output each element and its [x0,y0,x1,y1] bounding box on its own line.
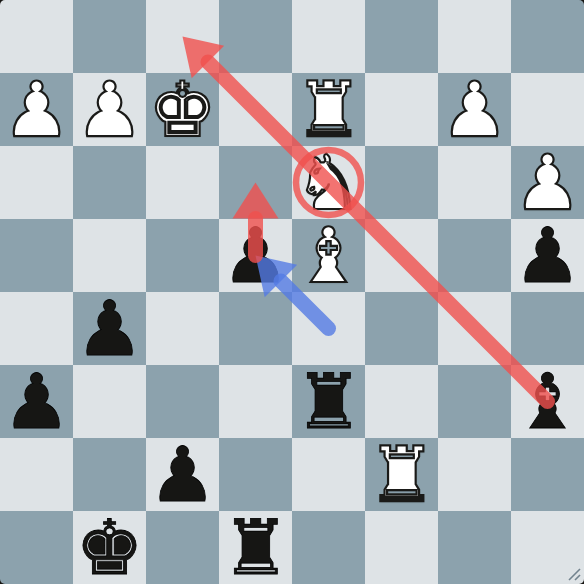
square-b2[interactable]: ♟ [438,73,511,146]
square-b4[interactable] [438,219,511,292]
square-d1[interactable] [292,0,365,73]
square-g4[interactable] [73,219,146,292]
piece-black-king[interactable]: ♚ [73,511,146,584]
square-b6[interactable] [438,365,511,438]
square-f8[interactable] [146,511,219,584]
piece-white-knight[interactable]: ♞ [292,146,365,219]
square-b7[interactable] [438,438,511,511]
piece-white-pawn[interactable]: ♟ [73,73,146,146]
square-f6[interactable] [146,365,219,438]
square-e6[interactable] [219,365,292,438]
square-a2[interactable] [511,73,584,146]
square-h7[interactable] [0,438,73,511]
square-g6[interactable] [73,365,146,438]
square-e2[interactable] [219,73,292,146]
square-a5[interactable] [511,292,584,365]
piece-white-king[interactable]: ♚ [146,73,219,146]
piece-white-pawn[interactable]: ♟ [511,146,584,219]
square-h2[interactable]: ♟ [0,73,73,146]
square-f4[interactable] [146,219,219,292]
square-d7[interactable] [292,438,365,511]
square-c4[interactable] [365,219,438,292]
square-e7[interactable] [219,438,292,511]
square-g1[interactable] [73,0,146,73]
square-c7[interactable]: ♜ [365,438,438,511]
square-d3[interactable]: ♞ [292,146,365,219]
square-g8[interactable]: ♚ [73,511,146,584]
square-f1[interactable] [146,0,219,73]
piece-white-pawn[interactable]: ♟ [0,73,73,146]
square-c3[interactable] [365,146,438,219]
square-d8[interactable] [292,511,365,584]
piece-black-bishop[interactable]: ♝ [511,365,584,438]
piece-white-rook[interactable]: ♜ [292,73,365,146]
piece-black-pawn[interactable]: ♟ [146,438,219,511]
square-d6[interactable]: ♜ [292,365,365,438]
square-d4[interactable]: ♝ [292,219,365,292]
piece-white-pawn[interactable]: ♟ [438,73,511,146]
square-f3[interactable] [146,146,219,219]
piece-white-bishop[interactable]: ♝ [292,219,365,292]
square-c2[interactable] [365,73,438,146]
square-h1[interactable] [0,0,73,73]
square-g3[interactable] [73,146,146,219]
square-e4[interactable]: ♟ [219,219,292,292]
square-e1[interactable] [219,0,292,73]
chess-board: ♟♟♚♜♟♞♟♟♝♟♟♟♜♝♟♜♚♜ [0,0,584,584]
square-a7[interactable] [511,438,584,511]
square-b5[interactable] [438,292,511,365]
square-h5[interactable] [0,292,73,365]
square-h4[interactable] [0,219,73,292]
resize-handle-icon[interactable] [563,563,583,583]
square-b1[interactable] [438,0,511,73]
piece-black-pawn[interactable]: ♟ [0,365,73,438]
piece-black-rook[interactable]: ♜ [292,365,365,438]
square-a6[interactable]: ♝ [511,365,584,438]
square-a3[interactable]: ♟ [511,146,584,219]
square-h8[interactable] [0,511,73,584]
square-d5[interactable] [292,292,365,365]
piece-black-pawn[interactable]: ♟ [511,219,584,292]
square-e3[interactable] [219,146,292,219]
square-a1[interactable] [511,0,584,73]
square-g5[interactable]: ♟ [73,292,146,365]
square-h3[interactable] [0,146,73,219]
piece-black-pawn[interactable]: ♟ [219,219,292,292]
square-b3[interactable] [438,146,511,219]
square-f7[interactable]: ♟ [146,438,219,511]
square-h6[interactable]: ♟ [0,365,73,438]
piece-black-rook[interactable]: ♜ [219,511,292,584]
square-e5[interactable] [219,292,292,365]
square-g7[interactable] [73,438,146,511]
piece-white-rook[interactable]: ♜ [365,438,438,511]
square-c6[interactable] [365,365,438,438]
piece-black-pawn[interactable]: ♟ [73,292,146,365]
square-c1[interactable] [365,0,438,73]
square-g2[interactable]: ♟ [73,73,146,146]
square-e8[interactable]: ♜ [219,511,292,584]
square-a4[interactable]: ♟ [511,219,584,292]
square-f2[interactable]: ♚ [146,73,219,146]
square-d2[interactable]: ♜ [292,73,365,146]
square-f5[interactable] [146,292,219,365]
square-b8[interactable] [438,511,511,584]
square-c5[interactable] [365,292,438,365]
square-c8[interactable] [365,511,438,584]
